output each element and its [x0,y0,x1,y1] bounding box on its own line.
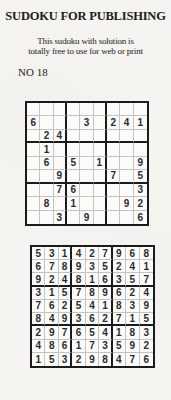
puzzle-cell: 5 [134,170,147,183]
solution-cell: 9 [99,287,112,300]
solution-cell: 6 [59,340,72,353]
puzzle-cell [107,143,120,156]
solution-cell: 3 [59,353,72,366]
solution-cell: 1 [86,273,99,286]
solution-cell: 4 [99,326,112,339]
solution-cell: 8 [113,300,126,313]
puzzle-cell [67,170,80,183]
solution-cell: 8 [72,273,85,286]
puzzle-cell [107,103,120,116]
solution-cell: 7 [126,353,139,366]
solution-cell: 6 [99,273,112,286]
puzzle-cell [107,157,120,170]
puzzle-cell [107,184,120,197]
puzzle-cell [120,130,133,143]
puzzle-cell [67,143,80,156]
puzzle-cell [94,197,107,210]
puzzle-cell [40,211,53,224]
puzzle-cell [107,197,120,210]
solution-cell: 7 [32,300,45,313]
puzzle-cell [120,103,133,116]
solution-cell: 1 [140,260,153,273]
solution-cell: 6 [72,326,85,339]
solution-cell: 9 [140,300,153,313]
solution-cell: 8 [99,353,112,366]
subtitle-line-1: This sudoku with solution is [0,36,171,46]
solution-cell: 8 [140,247,153,260]
solution-cell: 5 [140,313,153,326]
solution-cell: 9 [86,353,99,366]
solution-cell: 7 [86,340,99,353]
solution-cell: 9 [126,340,139,353]
solution-cell: 5 [32,247,45,260]
puzzle-cell [94,130,107,143]
solution-cell: 9 [72,260,85,273]
solution-cell: 4 [86,300,99,313]
solution-cell: 4 [140,287,153,300]
solution-cell: 6 [126,247,139,260]
puzzle-cell [27,197,40,210]
puzzle-cell [54,197,67,210]
puzzle-cell [134,143,147,156]
solution-cell: 1 [99,300,112,313]
solution-cell: 8 [59,260,72,273]
puzzle-cell: 8 [40,197,53,210]
solution-cell: 1 [45,287,58,300]
puzzle-cell [27,143,40,156]
puzzle-cell: 1 [134,116,147,129]
puzzle-cell [27,170,40,183]
puzzle-cell: 6 [134,211,147,224]
puzzle-cell [27,103,40,116]
solution-cell: 6 [45,300,58,313]
solution-cell: 5 [72,300,85,313]
puzzle-grid: 6324124165199757638192396 [25,101,149,226]
solution-cell: 3 [72,313,85,326]
puzzle-cell: 3 [54,211,67,224]
solution-cell: 6 [32,260,45,273]
puzzle-cell [94,170,107,183]
puzzle-cell [67,103,80,116]
puzzle-cell [120,157,133,170]
puzzle-cell: 4 [54,130,67,143]
solution-cell: 2 [32,326,45,339]
solution-cell: 4 [45,313,58,326]
puzzle-cell [94,211,107,224]
puzzle-cell [80,130,93,143]
puzzle-number: NO 18 [18,66,48,78]
solution-cell: 8 [126,326,139,339]
solution-cell: 1 [32,353,45,366]
puzzle-cell: 3 [80,116,93,129]
puzzle-cell [107,211,120,224]
puzzle-cell [27,130,40,143]
solution-cell: 2 [86,247,99,260]
solution-cell: 5 [126,273,139,286]
solution-cell: 3 [113,273,126,286]
solution-cell: 5 [99,260,112,273]
puzzle-cell [120,184,133,197]
puzzle-cell: 1 [94,157,107,170]
subtitle: This sudoku with solution is totally fre… [0,36,171,56]
puzzle-cell: 2 [134,197,147,210]
solution-cell: 7 [113,313,126,326]
puzzle-cell [94,103,107,116]
puzzle-cell [120,170,133,183]
puzzle-cell [120,211,133,224]
solution-cell: 5 [59,287,72,300]
puzzle-cell: 2 [107,116,120,129]
puzzle-cell [134,103,147,116]
puzzle-cell [40,103,53,116]
puzzle-cell: 7 [54,184,67,197]
solution-cell: 2 [113,260,126,273]
solution-cell: 3 [126,300,139,313]
solution-cell: 5 [86,326,99,339]
solution-cell: 8 [45,340,58,353]
puzzle-cell: 9 [120,197,133,210]
solution-cell: 5 [113,340,126,353]
solution-cell: 7 [45,260,58,273]
solution-cell: 9 [32,273,45,286]
solution-cell: 4 [126,260,139,273]
puzzle-cell [94,184,107,197]
puzzle-cell: 2 [40,130,53,143]
puzzle-cell [80,103,93,116]
solution-cell: 7 [99,247,112,260]
puzzle-cell [27,211,40,224]
puzzle-cell: 1 [67,197,80,210]
puzzle-cell [54,116,67,129]
puzzle-cell: 9 [134,157,147,170]
puzzle-cell [67,130,80,143]
solution-cell: 3 [140,326,153,339]
solution-cell: 3 [32,287,45,300]
puzzle-cell [67,211,80,224]
solution-cell: 4 [113,353,126,366]
solution-cell: 4 [59,273,72,286]
solution-cell: 2 [99,313,112,326]
puzzle-cell: 7 [107,170,120,183]
puzzle-cell [80,143,93,156]
sudoku-page: SUDOKU FOR PUBLISHING This sudoku with s… [0,0,171,400]
puzzle-cell [54,103,67,116]
page-title: SUDOKU FOR PUBLISHING [0,9,171,24]
solution-cell: 2 [140,340,153,353]
solution-cell: 5 [45,353,58,366]
solution-cell: 2 [59,300,72,313]
puzzle-cell: 4 [120,116,133,129]
puzzle-cell [54,157,67,170]
puzzle-cell: 5 [67,157,80,170]
solution-cell: 7 [72,287,85,300]
solution-grid: 5314279686789352419248163573157896247625… [30,245,155,368]
solution-cell: 3 [99,340,112,353]
puzzle-cell [134,130,147,143]
puzzle-cell [80,197,93,210]
solution-cell: 7 [59,326,72,339]
solution-cell: 7 [140,273,153,286]
puzzle-cell [40,116,53,129]
puzzle-cell [94,116,107,129]
solution-cell: 6 [113,287,126,300]
puzzle-cell [40,170,53,183]
solution-cell: 1 [72,340,85,353]
solution-cell: 9 [113,247,126,260]
puzzle-cell: 6 [67,184,80,197]
puzzle-cell [94,143,107,156]
puzzle-cell: 1 [40,143,53,156]
puzzle-cell: 3 [134,184,147,197]
solution-cell: 4 [72,247,85,260]
puzzle-cell [80,170,93,183]
solution-cell: 2 [45,273,58,286]
solution-cell: 1 [113,326,126,339]
puzzle-cell [27,157,40,170]
solution-cell: 2 [126,287,139,300]
puzzle-cell: 9 [80,211,93,224]
subtitle-line-2: totally free to use for web or print [0,46,171,56]
puzzle-cell: 6 [40,157,53,170]
puzzle-cell [80,157,93,170]
puzzle-cell [107,130,120,143]
solution-cell: 6 [140,353,153,366]
solution-cell: 1 [59,247,72,260]
puzzle-cell: 9 [54,170,67,183]
puzzle-cell [54,143,67,156]
puzzle-cell [67,116,80,129]
puzzle-cell [80,184,93,197]
solution-cell: 9 [45,326,58,339]
solution-cell: 3 [45,247,58,260]
solution-cell: 3 [86,260,99,273]
solution-cell: 8 [86,287,99,300]
puzzle-cell [40,184,53,197]
solution-cell: 2 [72,353,85,366]
solution-cell: 1 [126,313,139,326]
puzzle-cell: 6 [27,116,40,129]
solution-cell: 9 [59,313,72,326]
solution-cell: 8 [32,313,45,326]
puzzle-cell [27,184,40,197]
puzzle-cell [120,143,133,156]
solution-cell: 6 [86,313,99,326]
solution-cell: 4 [32,340,45,353]
